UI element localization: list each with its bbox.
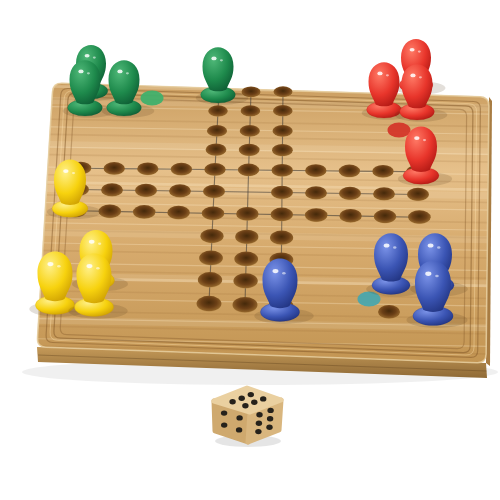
hole-c7r5[interactable]	[272, 164, 293, 177]
blue-empty-start-hole[interactable]	[378, 305, 400, 319]
hole-c9r5[interactable]	[339, 165, 360, 178]
peg-red-start-3[interactable]	[395, 64, 448, 122]
hole-c7r2[interactable]	[273, 105, 293, 117]
die-pip	[251, 400, 257, 405]
red-start-dot	[388, 123, 411, 138]
hole-c8r5[interactable]	[305, 164, 326, 177]
hole-c2r7[interactable]	[99, 204, 122, 218]
hole-c7r3[interactable]	[273, 125, 293, 137]
die-pip	[242, 403, 248, 408]
peg-green-track-c5r1[interactable]	[196, 47, 249, 105]
die-pip	[260, 396, 266, 401]
die-pip	[236, 415, 242, 420]
hole-c7r4[interactable]	[272, 144, 293, 157]
hole-c6r8[interactable]	[235, 230, 258, 245]
hole-c10r6[interactable]	[373, 187, 395, 201]
hole-c5r3[interactable]	[207, 125, 227, 137]
hole-c2r6[interactable]	[101, 183, 123, 197]
ludo-board-photo	[0, 0, 500, 500]
die-pip	[255, 429, 261, 434]
die-pip	[267, 416, 273, 421]
die-pip	[229, 399, 235, 404]
green-start-dot	[141, 91, 164, 106]
die-pip	[266, 425, 272, 430]
hole-c4r6[interactable]	[169, 184, 191, 198]
hole-c11r7[interactable]	[408, 210, 431, 224]
hole-c3r7[interactable]	[133, 205, 156, 219]
hole-c7r8[interactable]	[270, 231, 293, 246]
hole-c8r7[interactable]	[305, 208, 328, 222]
hole-c6r7[interactable]	[236, 207, 259, 221]
hole-c2r5[interactable]	[104, 162, 125, 175]
hole-c6r5[interactable]	[238, 164, 259, 177]
hole-c5r5[interactable]	[204, 163, 225, 176]
hole-c5r11[interactable]	[197, 296, 222, 312]
hole-c8r6[interactable]	[305, 186, 327, 200]
die-pip	[236, 427, 242, 432]
hole-c6r4[interactable]	[239, 144, 260, 157]
hole-c4r7[interactable]	[167, 206, 190, 220]
die-pip	[267, 408, 273, 413]
hole-c10r7[interactable]	[374, 210, 397, 224]
die-pip	[221, 422, 227, 427]
scene	[0, 0, 500, 500]
hole-c5r8[interactable]	[200, 229, 223, 244]
hole-c7r6[interactable]	[271, 186, 293, 200]
die-pip	[248, 392, 254, 397]
hole-c5r4[interactable]	[206, 144, 227, 157]
hole-c3r5[interactable]	[137, 162, 158, 175]
die[interactable]	[214, 388, 281, 447]
hole-c9r7[interactable]	[339, 209, 362, 223]
hole-c11r6[interactable]	[407, 188, 429, 202]
hole-c6r3[interactable]	[240, 125, 260, 137]
hole-c6r2[interactable]	[241, 105, 261, 117]
hole-c7r1[interactable]	[274, 86, 293, 97]
hole-c7r7[interactable]	[271, 208, 294, 222]
hole-c3r6[interactable]	[135, 184, 157, 198]
die-pip	[256, 412, 262, 417]
hole-c6r10[interactable]	[233, 273, 257, 289]
hole-c9r6[interactable]	[339, 187, 361, 201]
die-pip	[256, 421, 262, 426]
hole-c5r7[interactable]	[202, 206, 225, 220]
hole-c5r6[interactable]	[203, 185, 225, 199]
hole-c4r5[interactable]	[171, 163, 192, 176]
hole-c6r11[interactable]	[233, 297, 258, 313]
hole-c10r5[interactable]	[372, 165, 393, 178]
hole-c5r9[interactable]	[199, 251, 223, 266]
hole-c5r10[interactable]	[198, 272, 222, 288]
die-pip	[221, 410, 227, 415]
hole-c6r9[interactable]	[234, 252, 258, 267]
die-pip	[239, 396, 245, 401]
hole-c5r2[interactable]	[208, 105, 228, 117]
